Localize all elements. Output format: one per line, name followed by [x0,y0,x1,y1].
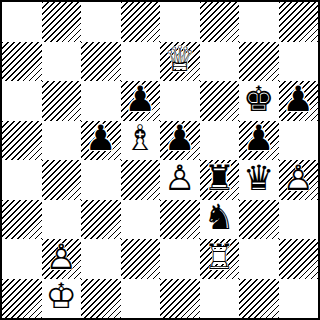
black-pawn-glyph: ♟ [164,121,195,156]
piece-black-king-g6[interactable]: ♚ [239,81,279,121]
square-a3[interactable] [2,200,42,240]
square-c7[interactable] [81,42,121,82]
piece-black-pawn-d6[interactable]: ♟ [121,81,161,121]
piece-white-bishop-d5[interactable]: ♝♗ [121,121,161,161]
square-g8[interactable] [239,2,279,42]
piece-black-pawn-e5[interactable]: ♟ [160,121,200,161]
square-e5[interactable]: ♟ [160,121,200,161]
square-b4[interactable] [42,160,82,200]
square-g1[interactable] [239,279,279,319]
piece-black-pawn-h6[interactable]: ♟ [279,81,319,121]
square-a2[interactable] [2,239,42,279]
square-d8[interactable] [121,2,161,42]
square-b2[interactable]: ♟♙ [42,239,82,279]
square-e3[interactable] [160,200,200,240]
white-king-outline-glyph: ♔ [46,279,77,314]
piece-black-pawn-c5[interactable]: ♟ [81,121,121,161]
square-h2[interactable] [279,239,319,279]
piece-white-king-b1[interactable]: ♚♔ [42,279,82,319]
piece-white-pawn-h4[interactable]: ♟♙ [279,160,319,200]
square-g5[interactable]: ♟ [239,121,279,161]
square-b1[interactable]: ♚♔ [42,279,82,319]
square-h8[interactable] [279,2,319,42]
piece-black-rook-f4[interactable]: ♜ [200,160,240,200]
square-f4[interactable]: ♜ [200,160,240,200]
square-f8[interactable] [200,2,240,42]
black-pawn-glyph: ♟ [283,82,314,117]
piece-white-pawn-b2[interactable]: ♟♙ [42,239,82,279]
square-e1[interactable] [160,279,200,319]
square-d2[interactable] [121,239,161,279]
piece-white-pawn-e4[interactable]: ♟♙ [160,160,200,200]
square-h7[interactable] [279,42,319,82]
square-c8[interactable] [81,2,121,42]
white-pawn-outline-glyph: ♙ [283,161,314,196]
square-a4[interactable] [2,160,42,200]
square-h4[interactable]: ♟♙ [279,160,319,200]
square-c3[interactable] [81,200,121,240]
square-a5[interactable] [2,121,42,161]
piece-black-queen-g4[interactable]: ♛ [239,160,279,200]
black-rook-glyph: ♜ [204,161,235,196]
square-f7[interactable] [200,42,240,82]
square-d1[interactable] [121,279,161,319]
piece-black-pawn-g5[interactable]: ♟ [239,121,279,161]
square-c1[interactable] [81,279,121,319]
square-e7[interactable]: ♛♕ [160,42,200,82]
square-b7[interactable] [42,42,82,82]
square-d5[interactable]: ♝♗ [121,121,161,161]
square-a1[interactable] [2,279,42,319]
square-h3[interactable] [279,200,319,240]
square-c6[interactable] [81,81,121,121]
square-g3[interactable] [239,200,279,240]
black-pawn-glyph: ♟ [243,121,274,156]
piece-black-knight-f3[interactable]: ♞ [200,200,240,240]
square-e4[interactable]: ♟♙ [160,160,200,200]
square-c4[interactable] [81,160,121,200]
black-queen-glyph: ♛ [243,161,274,196]
black-pawn-glyph: ♟ [125,82,156,117]
square-f5[interactable] [200,121,240,161]
square-d6[interactable]: ♟ [121,81,161,121]
white-rook-outline-glyph: ♖ [204,240,235,275]
black-knight-glyph: ♞ [204,200,235,235]
square-c5[interactable]: ♟ [81,121,121,161]
square-d3[interactable] [121,200,161,240]
square-h6[interactable]: ♟ [279,81,319,121]
square-b8[interactable] [42,2,82,42]
square-b5[interactable] [42,121,82,161]
black-king-glyph: ♚ [243,82,274,117]
square-c2[interactable] [81,239,121,279]
square-e6[interactable] [160,81,200,121]
square-d4[interactable] [121,160,161,200]
square-a8[interactable] [2,2,42,42]
square-f6[interactable] [200,81,240,121]
square-g6[interactable]: ♚ [239,81,279,121]
square-b3[interactable] [42,200,82,240]
white-pawn-outline-glyph: ♙ [46,240,77,275]
square-d7[interactable] [121,42,161,82]
square-b6[interactable] [42,81,82,121]
piece-white-rook-f2[interactable]: ♜♖ [200,239,240,279]
square-h5[interactable] [279,121,319,161]
white-queen-outline-glyph: ♕ [164,42,195,77]
white-bishop-outline-glyph: ♗ [125,121,156,156]
square-f2[interactable]: ♜♖ [200,239,240,279]
chess-board: ♛♕♟♚♟♟♝♗♟♟♟♙♜♛♟♙♞♟♙♜♖♚♔ [0,0,320,320]
black-pawn-glyph: ♟ [85,121,116,156]
white-pawn-outline-glyph: ♙ [164,161,195,196]
square-e8[interactable] [160,2,200,42]
square-h1[interactable] [279,279,319,319]
square-a6[interactable] [2,81,42,121]
square-g7[interactable] [239,42,279,82]
square-g2[interactable] [239,239,279,279]
piece-white-queen-e7[interactable]: ♛♕ [160,42,200,82]
square-f3[interactable]: ♞ [200,200,240,240]
square-g4[interactable]: ♛ [239,160,279,200]
square-f1[interactable] [200,279,240,319]
square-e2[interactable] [160,239,200,279]
square-a7[interactable] [2,42,42,82]
